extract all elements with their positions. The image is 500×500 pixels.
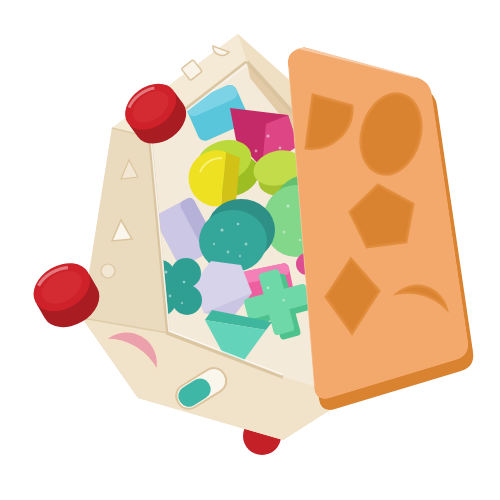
product-photo-stage: [0, 0, 500, 500]
shape-sorter-photo: [0, 0, 500, 500]
box-hole-circle: [101, 264, 115, 278]
